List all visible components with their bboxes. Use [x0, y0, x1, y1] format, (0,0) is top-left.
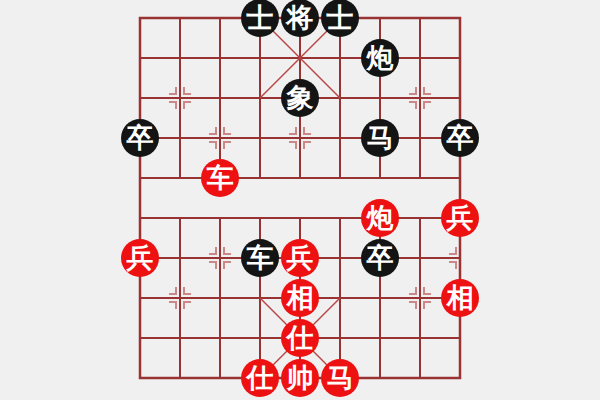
red-cannon-piece[interactable]: 炮 [361, 199, 399, 237]
black-soldier-piece[interactable]: 卒 [121, 119, 159, 157]
pieces-layer: 士将士炮象卒马卒车炮兵兵车兵卒相相仕仕帅马 [120, 0, 480, 398]
black-general-piece[interactable]: 将 [281, 0, 319, 37]
red-chariot-piece[interactable]: 车 [201, 159, 239, 197]
red-elephant-piece[interactable]: 相 [441, 279, 479, 317]
red-horse-piece[interactable]: 马 [321, 359, 359, 397]
red-advisor-piece[interactable]: 仕 [281, 319, 319, 357]
black-chariot-piece[interactable]: 车 [241, 239, 279, 277]
black-soldier-piece[interactable]: 卒 [441, 119, 479, 157]
red-soldier-piece[interactable]: 兵 [121, 239, 159, 277]
black-advisor-piece[interactable]: 士 [241, 0, 279, 37]
red-advisor-piece[interactable]: 仕 [241, 359, 279, 397]
red-elephant-piece[interactable]: 相 [281, 279, 319, 317]
black-elephant-piece[interactable]: 象 [281, 79, 319, 117]
black-soldier-piece[interactable]: 卒 [361, 239, 399, 277]
xiangqi-board: 士将士炮象卒马卒车炮兵兵车兵卒相相仕仕帅马 [0, 0, 600, 400]
black-advisor-piece[interactable]: 士 [321, 0, 359, 37]
red-soldier-piece[interactable]: 兵 [441, 199, 479, 237]
black-cannon-piece[interactable]: 炮 [361, 39, 399, 77]
red-general-piece[interactable]: 帅 [281, 359, 319, 397]
red-soldier-piece[interactable]: 兵 [281, 239, 319, 277]
black-horse-piece[interactable]: 马 [361, 119, 399, 157]
